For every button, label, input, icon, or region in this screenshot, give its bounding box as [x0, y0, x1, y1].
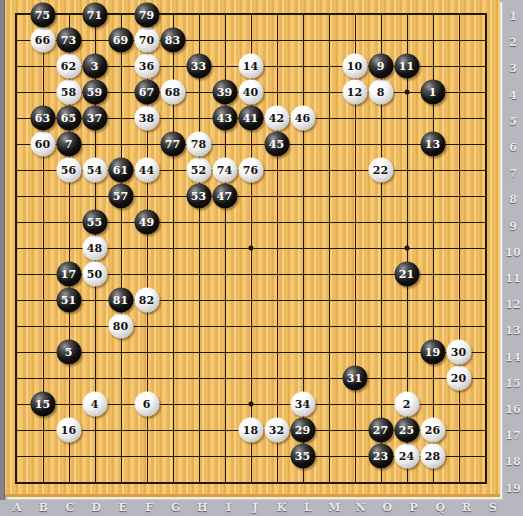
column-label-C: C — [61, 501, 79, 514]
go-stone-b-37-D5[interactable]: 37 — [82, 106, 107, 131]
go-stone-w-6-F16[interactable]: 6 — [134, 391, 159, 416]
go-stone-w-50-D11[interactable]: 50 — [82, 262, 107, 287]
column-label-M: M — [325, 501, 343, 514]
go-stone-w-62-C3[interactable]: 62 — [56, 54, 81, 79]
grid-line-horizontal — [17, 378, 485, 379]
go-stone-w-70-F2[interactable]: 70 — [134, 28, 159, 53]
go-stone-w-52-H7[interactable]: 52 — [186, 158, 211, 183]
go-stone-b-57-E8[interactable]: 57 — [108, 184, 133, 209]
row-label-9: 9 — [503, 220, 523, 232]
go-stone-b-47-I8[interactable]: 47 — [212, 184, 237, 209]
go-stone-w-34-L16[interactable]: 34 — [290, 391, 315, 416]
go-stone-b-9-O3[interactable]: 9 — [368, 54, 393, 79]
go-stone-b-79-F1[interactable]: 79 — [134, 2, 159, 27]
go-stone-b-83-G2[interactable]: 83 — [160, 28, 185, 53]
go-stone-b-17-C11[interactable]: 17 — [56, 262, 81, 287]
go-stone-w-68-G4[interactable]: 68 — [160, 80, 185, 105]
go-stone-b-23-O18[interactable]: 23 — [368, 443, 393, 468]
go-stone-w-38-F5[interactable]: 38 — [134, 106, 159, 131]
go-stone-w-4-D16[interactable]: 4 — [82, 391, 107, 416]
go-stone-b-75-B1[interactable]: 75 — [30, 2, 55, 27]
go-stone-w-60-B6[interactable]: 60 — [30, 132, 55, 157]
star-point — [404, 90, 409, 95]
row-label-8: 8 — [503, 193, 523, 205]
go-stone-w-20-R15[interactable]: 20 — [446, 365, 471, 390]
go-stone-b-21-P11[interactable]: 21 — [394, 262, 419, 287]
row-label-13: 13 — [503, 324, 523, 336]
column-label-F: F — [140, 501, 158, 514]
go-stone-b-15-B16[interactable]: 15 — [30, 391, 55, 416]
go-stone-b-51-C12[interactable]: 51 — [56, 287, 81, 312]
go-stone-w-56-C7[interactable]: 56 — [56, 158, 81, 183]
go-stone-b-61-E7[interactable]: 61 — [108, 158, 133, 183]
column-label-L: L — [299, 501, 317, 514]
go-stone-b-77-G6[interactable]: 77 — [160, 132, 185, 157]
go-stone-b-53-H8[interactable]: 53 — [186, 184, 211, 209]
row-label-14: 14 — [503, 351, 523, 363]
go-diagram-window: ABCDEFGHIJKLMNOPQRS123456789101112131415… — [0, 0, 523, 516]
go-stone-w-82-F12[interactable]: 82 — [134, 287, 159, 312]
go-stone-w-54-D7[interactable]: 54 — [82, 158, 107, 183]
go-stone-b-13-Q6[interactable]: 13 — [420, 132, 445, 157]
go-stone-w-26-Q17[interactable]: 26 — [420, 417, 445, 442]
go-stone-b-69-E2[interactable]: 69 — [108, 28, 133, 53]
go-stone-b-29-L17[interactable]: 29 — [290, 417, 315, 442]
go-stone-b-5-C14[interactable]: 5 — [56, 339, 81, 364]
go-stone-b-27-O17[interactable]: 27 — [368, 417, 393, 442]
go-stone-w-40-J4[interactable]: 40 — [238, 80, 263, 105]
grid-line-vertical — [459, 15, 460, 482]
go-stone-b-67-F4[interactable]: 67 — [134, 80, 159, 105]
column-label-R: R — [458, 501, 476, 514]
go-stone-w-66-B2[interactable]: 66 — [30, 28, 55, 53]
go-stone-b-3-D3[interactable]: 3 — [82, 54, 107, 79]
go-stone-b-73-C2[interactable]: 73 — [56, 28, 81, 53]
go-stone-w-42-K5[interactable]: 42 — [264, 106, 289, 131]
go-stone-b-19-Q14[interactable]: 19 — [420, 339, 445, 364]
row-label-16: 16 — [503, 403, 523, 415]
column-label-J: J — [246, 501, 264, 514]
row-label-2: 2 — [503, 36, 523, 48]
column-label-A: A — [8, 501, 26, 514]
grid-line-vertical — [277, 15, 278, 482]
grid-line-horizontal — [17, 326, 485, 327]
go-stone-w-10-N3[interactable]: 10 — [342, 54, 367, 79]
go-stone-w-22-O7[interactable]: 22 — [368, 158, 393, 183]
row-label-19: 19 — [503, 482, 523, 494]
go-stone-w-16-C17[interactable]: 16 — [56, 417, 81, 442]
column-label-G: G — [167, 501, 185, 514]
go-stone-w-14-J3[interactable]: 14 — [238, 54, 263, 79]
go-stone-b-11-P3[interactable]: 11 — [394, 54, 419, 79]
row-label-12: 12 — [503, 298, 523, 310]
go-stone-w-58-C4[interactable]: 58 — [56, 80, 81, 105]
row-label-6: 6 — [503, 141, 523, 153]
column-label-E: E — [114, 501, 132, 514]
go-stone-w-30-R14[interactable]: 30 — [446, 339, 471, 364]
column-label-P: P — [405, 501, 423, 514]
go-stone-w-2-P16[interactable]: 2 — [394, 391, 419, 416]
go-stone-w-24-P18[interactable]: 24 — [394, 443, 419, 468]
go-stone-w-76-J7[interactable]: 76 — [238, 158, 263, 183]
row-label-15: 15 — [503, 377, 523, 389]
go-stone-b-55-D9[interactable]: 55 — [82, 210, 107, 235]
row-label-17: 17 — [503, 429, 523, 441]
star-point — [248, 401, 253, 406]
star-point — [248, 246, 253, 251]
go-stone-b-7-C6[interactable]: 7 — [56, 132, 81, 157]
go-stone-b-63-B5[interactable]: 63 — [30, 106, 55, 131]
row-label-5: 5 — [503, 115, 523, 127]
go-stone-b-39-I4[interactable]: 39 — [212, 80, 237, 105]
go-stone-b-25-P17[interactable]: 25 — [394, 417, 419, 442]
go-stone-b-1-Q4[interactable]: 1 — [420, 80, 445, 105]
star-point — [404, 246, 409, 251]
column-label-H: H — [193, 501, 211, 514]
go-stone-b-65-C5[interactable]: 65 — [56, 106, 81, 131]
column-label-N: N — [352, 501, 370, 514]
go-stone-b-81-E12[interactable]: 81 — [108, 287, 133, 312]
grid-line-horizontal — [17, 300, 485, 301]
go-stone-w-44-F7[interactable]: 44 — [134, 158, 159, 183]
go-stone-b-35-L18[interactable]: 35 — [290, 443, 315, 468]
column-label-O: O — [378, 501, 396, 514]
go-stone-w-12-N4[interactable]: 12 — [342, 80, 367, 105]
go-stone-w-36-F3[interactable]: 36 — [134, 54, 159, 79]
go-stone-b-41-J5[interactable]: 41 — [238, 106, 263, 131]
column-label-K: K — [273, 501, 291, 514]
column-label-S: S — [484, 501, 502, 514]
go-stone-w-46-L5[interactable]: 46 — [290, 106, 315, 131]
go-stone-w-32-K17[interactable]: 32 — [264, 417, 289, 442]
grid-line-horizontal — [17, 352, 485, 353]
go-stone-w-74-I7[interactable]: 74 — [212, 158, 237, 183]
go-stone-b-59-D4[interactable]: 59 — [82, 80, 107, 105]
row-label-7: 7 — [503, 167, 523, 179]
go-stone-w-48-D10[interactable]: 48 — [82, 236, 107, 261]
go-stone-w-28-Q18[interactable]: 28 — [420, 443, 445, 468]
go-stone-w-8-O4[interactable]: 8 — [368, 80, 393, 105]
go-stone-b-49-F9[interactable]: 49 — [134, 210, 159, 235]
go-stone-w-78-H6[interactable]: 78 — [186, 132, 211, 157]
row-label-3: 3 — [503, 62, 523, 74]
go-stone-b-43-I5[interactable]: 43 — [212, 106, 237, 131]
row-label-11: 11 — [503, 272, 523, 284]
row-label-10: 10 — [503, 246, 523, 258]
go-stone-b-71-D1[interactable]: 71 — [82, 2, 107, 27]
grid-line-vertical — [329, 15, 330, 482]
go-stone-b-45-K6[interactable]: 45 — [264, 132, 289, 157]
go-stone-w-18-J17[interactable]: 18 — [238, 417, 263, 442]
go-stone-b-31-N15[interactable]: 31 — [342, 365, 367, 390]
go-stone-b-33-H3[interactable]: 33 — [186, 54, 211, 79]
column-label-D: D — [87, 501, 105, 514]
row-label-18: 18 — [503, 455, 523, 467]
row-label-4: 4 — [503, 89, 523, 101]
column-label-Q: Q — [431, 501, 449, 514]
column-label-B: B — [34, 501, 52, 514]
go-stone-w-80-E13[interactable]: 80 — [108, 313, 133, 338]
column-label-I: I — [220, 501, 238, 514]
row-label-1: 1 — [503, 10, 523, 22]
